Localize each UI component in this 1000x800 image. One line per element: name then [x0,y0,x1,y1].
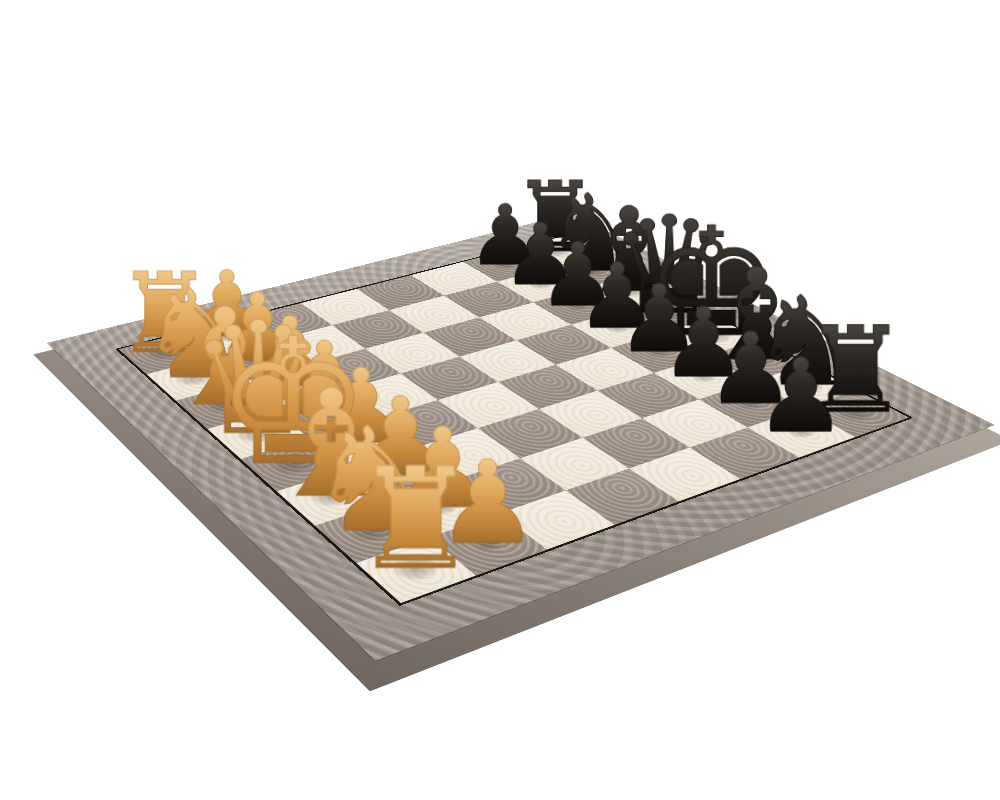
square-d5[interactable] [460,340,556,382]
board-scene: ♜♞♝♛♚♝♞♜♟♟♟♟♟♟♟♟♟♟♟♟♟♟♟♟♜♞♝♛♚♝♞♜ [0,0,1000,800]
piece-white-rook[interactable]: ♜ [353,450,478,589]
piece-black-pawn[interactable]: ♟ [755,345,846,447]
square-h1[interactable]: ♜ [356,538,475,603]
chess-set-product-photo: ♜♞♝♛♚♝♞♜♟♟♟♟♟♟♟♟♟♟♟♟♟♟♟♟♜♞♝♛♚♝♞♜ [0,0,1000,800]
board-3d: ♜♞♝♛♚♝♞♜♟♟♟♟♟♟♟♟♟♟♟♟♟♟♟♟♜♞♝♛♚♝♞♜ [48,214,994,661]
chess-board: ♜♞♝♛♚♝♞♜♟♟♟♟♟♟♟♟♟♟♟♟♟♟♟♟♜♞♝♛♚♝♞♜ [48,214,994,661]
